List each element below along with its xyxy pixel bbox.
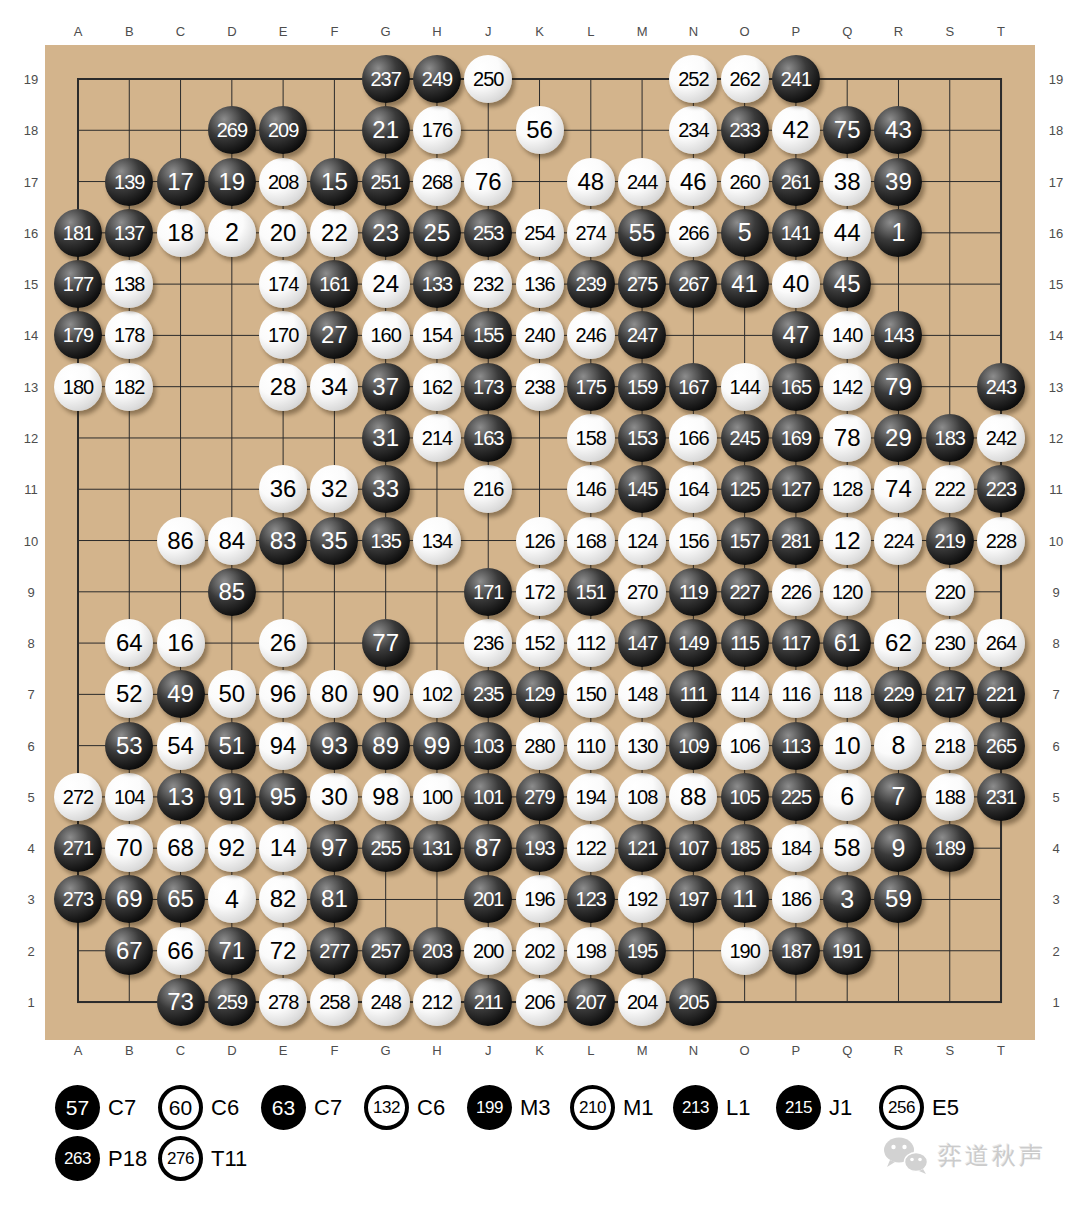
stone-M17: 244 — [618, 158, 666, 206]
stone-J9: 171 — [464, 568, 512, 616]
row-label-left-14: 14 — [24, 328, 38, 343]
legend-row-2: 263P18276T11 — [55, 1133, 1025, 1184]
stone-N7: 111 — [669, 670, 717, 718]
row-label-right-10: 10 — [1049, 533, 1063, 548]
stone-R12: 29 — [874, 414, 922, 462]
stone-A15: 177 — [54, 260, 102, 308]
stone-R10: 224 — [874, 517, 922, 565]
stone-J16: 253 — [464, 209, 512, 257]
stone-J6: 103 — [464, 722, 512, 770]
stone-B5: 104 — [105, 773, 153, 821]
legend-point-199: M3 — [520, 1095, 551, 1121]
row-label-right-18: 18 — [1049, 123, 1063, 138]
legend-item-215: 215J1 — [776, 1085, 879, 1130]
stone-E2: 72 — [259, 927, 307, 975]
stone-B6: 53 — [105, 722, 153, 770]
stone-O9: 227 — [721, 568, 769, 616]
stone-P12: 169 — [772, 414, 820, 462]
row-label-right-8: 8 — [1052, 636, 1059, 651]
stone-Q14: 140 — [823, 311, 871, 359]
stone-M2: 195 — [618, 927, 666, 975]
stone-P16: 141 — [772, 209, 820, 257]
stone-N3: 197 — [669, 875, 717, 923]
legend-stone-213: 213 — [673, 1085, 718, 1130]
stone-D18: 269 — [208, 106, 256, 154]
stone-P19: 241 — [772, 55, 820, 103]
row-label-right-16: 16 — [1049, 225, 1063, 240]
legend-item-210: 210M1 — [570, 1085, 673, 1130]
stone-K16: 254 — [516, 209, 564, 257]
stone-P18: 42 — [772, 106, 820, 154]
row-label-left-8: 8 — [27, 636, 34, 651]
stone-P2: 187 — [772, 927, 820, 975]
row-label-left-5: 5 — [27, 789, 34, 804]
col-label-bottom-A: A — [74, 1043, 83, 1058]
legend-point-57: C7 — [108, 1095, 136, 1121]
col-label-top-M: M — [637, 24, 648, 39]
stone-S12: 183 — [926, 414, 974, 462]
stone-L12: 158 — [567, 414, 615, 462]
stone-D10: 84 — [208, 517, 256, 565]
legend: 57C760C663C7132C6199M3210M1213L1215J1256… — [55, 1082, 1025, 1184]
stone-E14: 170 — [259, 311, 307, 359]
legend-stone-199: 199 — [467, 1085, 512, 1130]
stone-P4: 184 — [772, 824, 820, 872]
stone-O11: 125 — [721, 465, 769, 513]
stone-O5: 105 — [721, 773, 769, 821]
stone-O15: 41 — [721, 260, 769, 308]
stone-F6: 93 — [310, 722, 358, 770]
stone-J15: 232 — [464, 260, 512, 308]
row-label-left-3: 3 — [27, 892, 34, 907]
stone-G4: 255 — [362, 824, 410, 872]
stone-N19: 252 — [669, 55, 717, 103]
stone-T7: 221 — [977, 670, 1025, 718]
row-label-left-19: 19 — [24, 72, 38, 87]
stone-O8: 115 — [721, 619, 769, 667]
stone-R18: 43 — [874, 106, 922, 154]
stone-J2: 200 — [464, 927, 512, 975]
stone-E5: 95 — [259, 773, 307, 821]
stone-L2: 198 — [567, 927, 615, 975]
col-label-bottom-C: C — [176, 1043, 185, 1058]
col-label-top-T: T — [997, 24, 1005, 39]
stone-N10: 156 — [669, 517, 717, 565]
col-label-top-E: E — [279, 24, 288, 39]
stone-P14: 47 — [772, 311, 820, 359]
stone-H12: 214 — [413, 414, 461, 462]
stone-M3: 192 — [618, 875, 666, 923]
stone-O17: 260 — [721, 158, 769, 206]
stone-C1: 73 — [157, 978, 205, 1026]
stone-H15: 133 — [413, 260, 461, 308]
stone-A4: 271 — [54, 824, 102, 872]
stone-R11: 74 — [874, 465, 922, 513]
stone-B2: 67 — [105, 927, 153, 975]
stone-G1: 248 — [362, 978, 410, 1026]
wechat-icon — [882, 1136, 930, 1176]
stone-N1: 205 — [669, 978, 717, 1026]
row-label-left-7: 7 — [27, 687, 34, 702]
stone-S6: 218 — [926, 722, 974, 770]
stone-B3: 69 — [105, 875, 153, 923]
stone-E15: 174 — [259, 260, 307, 308]
row-label-right-14: 14 — [1049, 328, 1063, 343]
stone-M13: 159 — [618, 363, 666, 411]
stone-G19: 237 — [362, 55, 410, 103]
legend-stone-276: 276 — [158, 1136, 203, 1181]
stone-J19: 250 — [464, 55, 512, 103]
legend-stone-57: 57 — [55, 1085, 100, 1130]
col-label-bottom-M: M — [637, 1043, 648, 1058]
stone-Q5: 6 — [823, 773, 871, 821]
stone-F17: 15 — [310, 158, 358, 206]
stone-H13: 162 — [413, 363, 461, 411]
col-label-top-F: F — [330, 24, 338, 39]
stone-R6: 8 — [874, 722, 922, 770]
stone-J3: 201 — [464, 875, 512, 923]
stone-N13: 167 — [669, 363, 717, 411]
stone-G11: 33 — [362, 465, 410, 513]
stone-G15: 24 — [362, 260, 410, 308]
stone-F10: 35 — [310, 517, 358, 565]
stone-H1: 212 — [413, 978, 461, 1026]
legend-item-199: 199M3 — [467, 1085, 570, 1130]
stone-R5: 7 — [874, 773, 922, 821]
legend-point-60: C6 — [211, 1095, 239, 1121]
stone-E11: 36 — [259, 465, 307, 513]
stone-G6: 89 — [362, 722, 410, 770]
stone-Q9: 120 — [823, 568, 871, 616]
stone-E10: 83 — [259, 517, 307, 565]
col-label-bottom-N: N — [689, 1043, 698, 1058]
stone-F13: 34 — [310, 363, 358, 411]
stone-R13: 79 — [874, 363, 922, 411]
stone-Q17: 38 — [823, 158, 871, 206]
stone-E7: 96 — [259, 670, 307, 718]
stone-Q16: 44 — [823, 209, 871, 257]
stone-F15: 161 — [310, 260, 358, 308]
col-label-bottom-O: O — [740, 1043, 750, 1058]
stone-Q18: 75 — [823, 106, 871, 154]
legend-stone-263: 263 — [55, 1136, 100, 1181]
stone-A13: 180 — [54, 363, 102, 411]
stone-H5: 100 — [413, 773, 461, 821]
stone-F14: 27 — [310, 311, 358, 359]
stone-D4: 92 — [208, 824, 256, 872]
col-label-top-L: L — [587, 24, 594, 39]
stone-Q3: 3 — [823, 875, 871, 923]
stone-R3: 59 — [874, 875, 922, 923]
row-label-left-11: 11 — [24, 482, 38, 497]
stone-T12: 242 — [977, 414, 1025, 462]
row-label-left-15: 15 — [24, 277, 38, 292]
stone-N6: 109 — [669, 722, 717, 770]
stone-R14: 143 — [874, 311, 922, 359]
stone-L8: 112 — [567, 619, 615, 667]
stone-M5: 108 — [618, 773, 666, 821]
stone-T8: 264 — [977, 619, 1025, 667]
stone-F7: 80 — [310, 670, 358, 718]
stone-E13: 28 — [259, 363, 307, 411]
stone-N9: 119 — [669, 568, 717, 616]
legend-point-210: M1 — [623, 1095, 654, 1121]
stone-A3: 273 — [54, 875, 102, 923]
stone-L1: 207 — [567, 978, 615, 1026]
row-label-left-18: 18 — [24, 123, 38, 138]
row-label-right-5: 5 — [1052, 789, 1059, 804]
stone-C16: 18 — [157, 209, 205, 257]
stone-H18: 176 — [413, 106, 461, 154]
row-label-right-19: 19 — [1049, 72, 1063, 87]
stone-M9: 270 — [618, 568, 666, 616]
stone-F5: 30 — [310, 773, 358, 821]
stone-C7: 49 — [157, 670, 205, 718]
stone-L13: 175 — [567, 363, 615, 411]
col-label-bottom-T: T — [997, 1043, 1005, 1058]
stone-G10: 135 — [362, 517, 410, 565]
legend-item-263: 263P18 — [55, 1136, 158, 1181]
col-label-top-C: C — [176, 24, 185, 39]
stone-O6: 106 — [721, 722, 769, 770]
kifu-page: 7325927825824821221120620720420567667172… — [0, 0, 1080, 1207]
legend-point-256: E5 — [932, 1095, 959, 1121]
stone-M11: 145 — [618, 465, 666, 513]
legend-item-213: 213L1 — [673, 1085, 776, 1130]
stone-H4: 131 — [413, 824, 461, 872]
stone-T6: 265 — [977, 722, 1025, 770]
stone-E3: 82 — [259, 875, 307, 923]
stone-O4: 185 — [721, 824, 769, 872]
stone-Q12: 78 — [823, 414, 871, 462]
stone-Q15: 45 — [823, 260, 871, 308]
col-label-top-N: N — [689, 24, 698, 39]
stone-K18: 56 — [516, 106, 564, 154]
legend-item-60: 60C6 — [158, 1085, 261, 1130]
row-label-right-4: 4 — [1052, 841, 1059, 856]
stone-M1: 204 — [618, 978, 666, 1026]
stone-E6: 94 — [259, 722, 307, 770]
stone-K10: 126 — [516, 517, 564, 565]
stone-N11: 164 — [669, 465, 717, 513]
stone-J5: 101 — [464, 773, 512, 821]
stone-O10: 157 — [721, 517, 769, 565]
legend-point-132: C6 — [417, 1095, 445, 1121]
stone-B14: 178 — [105, 311, 153, 359]
stone-L3: 123 — [567, 875, 615, 923]
stone-S11: 222 — [926, 465, 974, 513]
col-label-bottom-D: D — [227, 1043, 236, 1058]
stone-L16: 274 — [567, 209, 615, 257]
stone-P5: 225 — [772, 773, 820, 821]
stone-D6: 51 — [208, 722, 256, 770]
stone-L17: 48 — [567, 158, 615, 206]
stone-P13: 165 — [772, 363, 820, 411]
stone-C6: 54 — [157, 722, 205, 770]
stone-R17: 39 — [874, 158, 922, 206]
stone-G12: 31 — [362, 414, 410, 462]
stone-R16: 1 — [874, 209, 922, 257]
legend-stone-215: 215 — [776, 1085, 821, 1130]
stone-O13: 144 — [721, 363, 769, 411]
row-label-right-12: 12 — [1049, 430, 1063, 445]
stone-F16: 22 — [310, 209, 358, 257]
stone-F4: 97 — [310, 824, 358, 872]
stone-K4: 193 — [516, 824, 564, 872]
row-label-left-10: 10 — [24, 533, 38, 548]
col-label-top-P: P — [792, 24, 801, 39]
col-label-top-D: D — [227, 24, 236, 39]
stone-G14: 160 — [362, 311, 410, 359]
stone-C10: 86 — [157, 517, 205, 565]
col-label-bottom-J: J — [485, 1043, 492, 1058]
row-label-left-2: 2 — [27, 943, 34, 958]
legend-point-63: C7 — [314, 1095, 342, 1121]
stone-T13: 243 — [977, 363, 1025, 411]
stone-P10: 281 — [772, 517, 820, 565]
stone-E1: 278 — [259, 978, 307, 1026]
stone-M15: 275 — [618, 260, 666, 308]
col-label-bottom-P: P — [792, 1043, 801, 1058]
stone-R7: 229 — [874, 670, 922, 718]
row-label-right-13: 13 — [1049, 379, 1063, 394]
stone-C3: 65 — [157, 875, 205, 923]
stone-L10: 168 — [567, 517, 615, 565]
stone-M6: 130 — [618, 722, 666, 770]
go-board: 7325927825824821221120620720420567667172… — [45, 45, 1035, 1040]
stone-P6: 113 — [772, 722, 820, 770]
col-label-bottom-F: F — [330, 1043, 338, 1058]
stone-M14: 247 — [618, 311, 666, 359]
stone-Q11: 128 — [823, 465, 871, 513]
stone-O19: 262 — [721, 55, 769, 103]
stone-R4: 9 — [874, 824, 922, 872]
stone-S10: 219 — [926, 517, 974, 565]
stone-D3: 4 — [208, 875, 256, 923]
stone-P11: 127 — [772, 465, 820, 513]
stone-L4: 122 — [567, 824, 615, 872]
row-label-right-7: 7 — [1052, 687, 1059, 702]
stone-O18: 233 — [721, 106, 769, 154]
row-label-left-12: 12 — [24, 430, 38, 445]
stone-N17: 46 — [669, 158, 717, 206]
stone-B4: 70 — [105, 824, 153, 872]
legend-stone-210: 210 — [570, 1085, 615, 1130]
col-label-bottom-E: E — [279, 1043, 288, 1058]
stone-N12: 166 — [669, 414, 717, 462]
stone-D2: 71 — [208, 927, 256, 975]
stone-N15: 267 — [669, 260, 717, 308]
row-label-right-11: 11 — [1049, 482, 1063, 497]
stone-J8: 236 — [464, 619, 512, 667]
col-label-bottom-B: B — [125, 1043, 134, 1058]
legend-point-276: T11 — [211, 1146, 247, 1172]
stone-K8: 152 — [516, 619, 564, 667]
stone-B8: 64 — [105, 619, 153, 667]
stone-J13: 173 — [464, 363, 512, 411]
stone-P7: 116 — [772, 670, 820, 718]
stone-K6: 280 — [516, 722, 564, 770]
stone-D1: 259 — [208, 978, 256, 1026]
stone-Q2: 191 — [823, 927, 871, 975]
col-label-top-R: R — [894, 24, 903, 39]
row-label-right-2: 2 — [1052, 943, 1059, 958]
stone-L7: 150 — [567, 670, 615, 718]
stone-K2: 202 — [516, 927, 564, 975]
stone-S7: 217 — [926, 670, 974, 718]
stone-M7: 148 — [618, 670, 666, 718]
col-label-bottom-R: R — [894, 1043, 903, 1058]
stone-Q4: 58 — [823, 824, 871, 872]
col-label-bottom-L: L — [587, 1043, 594, 1058]
stone-G5: 98 — [362, 773, 410, 821]
stone-M4: 121 — [618, 824, 666, 872]
legend-item-57: 57C7 — [55, 1085, 158, 1130]
col-label-bottom-G: G — [381, 1043, 391, 1058]
col-label-top-K: K — [535, 24, 544, 39]
stone-H16: 25 — [413, 209, 461, 257]
watermark-text: 弈道秋声 — [938, 1140, 1046, 1172]
legend-stone-256: 256 — [879, 1085, 924, 1130]
stone-Q6: 10 — [823, 722, 871, 770]
row-label-right-6: 6 — [1052, 738, 1059, 753]
stone-L11: 146 — [567, 465, 615, 513]
stone-H10: 134 — [413, 517, 461, 565]
col-label-bottom-H: H — [432, 1043, 441, 1058]
stone-A5: 272 — [54, 773, 102, 821]
stone-N5: 88 — [669, 773, 717, 821]
col-label-top-A: A — [74, 24, 83, 39]
stone-N16: 266 — [669, 209, 717, 257]
stone-F3: 81 — [310, 875, 358, 923]
stone-K7: 129 — [516, 670, 564, 718]
stone-D17: 19 — [208, 158, 256, 206]
watermark: 弈道秋声 — [882, 1136, 1046, 1176]
stone-L9: 151 — [567, 568, 615, 616]
legend-stone-63: 63 — [261, 1085, 306, 1130]
stone-G2: 257 — [362, 927, 410, 975]
stone-E16: 20 — [259, 209, 307, 257]
stone-S9: 220 — [926, 568, 974, 616]
stone-P9: 226 — [772, 568, 820, 616]
col-label-top-O: O — [740, 24, 750, 39]
stone-G16: 23 — [362, 209, 410, 257]
stone-K13: 238 — [516, 363, 564, 411]
stone-Q10: 12 — [823, 517, 871, 565]
stone-H17: 268 — [413, 158, 461, 206]
stone-Q7: 118 — [823, 670, 871, 718]
stone-K1: 206 — [516, 978, 564, 1026]
stone-J17: 76 — [464, 158, 512, 206]
legend-point-215: J1 — [829, 1095, 852, 1121]
stone-C4: 68 — [157, 824, 205, 872]
stone-H7: 102 — [413, 670, 461, 718]
stone-S5: 188 — [926, 773, 974, 821]
stone-G8: 77 — [362, 619, 410, 667]
legend-item-63: 63C7 — [261, 1085, 364, 1130]
stone-L6: 110 — [567, 722, 615, 770]
col-label-bottom-Q: Q — [842, 1043, 852, 1058]
stone-M16: 55 — [618, 209, 666, 257]
stone-Q8: 61 — [823, 619, 871, 667]
col-label-top-S: S — [945, 24, 954, 39]
stone-J14: 155 — [464, 311, 512, 359]
row-label-right-9: 9 — [1052, 584, 1059, 599]
stone-E17: 208 — [259, 158, 307, 206]
row-label-left-4: 4 — [27, 841, 34, 856]
stone-D7: 50 — [208, 670, 256, 718]
stone-B15: 138 — [105, 260, 153, 308]
